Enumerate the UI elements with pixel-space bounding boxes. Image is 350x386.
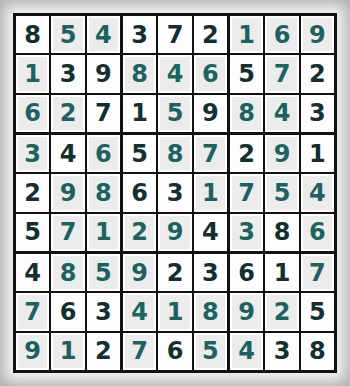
cell-r8c4[interactable]: 4 <box>123 293 156 330</box>
cell-r3c3[interactable]: 7 <box>87 95 120 132</box>
cell-r6c4[interactable]: 2 <box>123 214 156 251</box>
cell-r6c8[interactable]: 8 <box>265 214 298 251</box>
box-2-2: 587631294 <box>123 135 227 251</box>
cell-r8c8[interactable]: 2 <box>265 293 298 330</box>
box-1-1: 854139627 <box>16 16 120 132</box>
cell-r8c5[interactable]: 1 <box>158 293 191 330</box>
cell-r3c8[interactable]: 4 <box>265 95 298 132</box>
cell-r3c2[interactable]: 2 <box>51 95 84 132</box>
cell-r6c2[interactable]: 7 <box>51 214 84 251</box>
cell-r7c9[interactable]: 7 <box>301 254 334 291</box>
cell-r9c7[interactable]: 4 <box>230 333 263 370</box>
cell-r8c2[interactable]: 6 <box>51 293 84 330</box>
sudoku-page: 8541396273728461591695728433462985715876… <box>0 0 350 386</box>
cell-r8c6[interactable]: 8 <box>194 293 227 330</box>
cell-r5c7[interactable]: 7 <box>230 174 263 211</box>
cell-r5c5[interactable]: 3 <box>158 174 191 211</box>
cell-r9c5[interactable]: 6 <box>158 333 191 370</box>
cell-r1c4[interactable]: 3 <box>123 16 156 53</box>
cell-r5c8[interactable]: 5 <box>265 174 298 211</box>
cell-r1c1[interactable]: 8 <box>16 16 49 53</box>
cell-r5c2[interactable]: 9 <box>51 174 84 211</box>
cell-r3c6[interactable]: 9 <box>194 95 227 132</box>
cell-r8c7[interactable]: 9 <box>230 293 263 330</box>
cell-r1c3[interactable]: 4 <box>87 16 120 53</box>
cell-r2c2[interactable]: 3 <box>51 55 84 92</box>
cell-r2c4[interactable]: 8 <box>123 55 156 92</box>
cell-r4c2[interactable]: 4 <box>51 135 84 172</box>
cell-r4c5[interactable]: 8 <box>158 135 191 172</box>
cell-r1c6[interactable]: 2 <box>194 16 227 53</box>
cell-r1c9[interactable]: 9 <box>301 16 334 53</box>
box-2-3: 291754386 <box>230 135 334 251</box>
sudoku-board: 8541396273728461591695728433462985715876… <box>13 13 337 373</box>
cell-r4c1[interactable]: 3 <box>16 135 49 172</box>
cell-r3c4[interactable]: 1 <box>123 95 156 132</box>
cell-r5c1[interactable]: 2 <box>16 174 49 211</box>
cell-r5c9[interactable]: 4 <box>301 174 334 211</box>
cell-r9c3[interactable]: 2 <box>87 333 120 370</box>
cell-r2c3[interactable]: 9 <box>87 55 120 92</box>
cell-r5c3[interactable]: 8 <box>87 174 120 211</box>
cell-r7c6[interactable]: 3 <box>194 254 227 291</box>
cell-r3c7[interactable]: 8 <box>230 95 263 132</box>
cell-r2c5[interactable]: 4 <box>158 55 191 92</box>
cell-r5c4[interactable]: 6 <box>123 174 156 211</box>
cell-r6c7[interactable]: 3 <box>230 214 263 251</box>
box-1-3: 169572843 <box>230 16 334 132</box>
cell-r2c1[interactable]: 1 <box>16 55 49 92</box>
cell-r2c8[interactable]: 7 <box>265 55 298 92</box>
cell-r6c1[interactable]: 5 <box>16 214 49 251</box>
cell-r8c9[interactable]: 5 <box>301 293 334 330</box>
cell-r3c9[interactable]: 3 <box>301 95 334 132</box>
box-3-2: 923418765 <box>123 254 227 370</box>
box-3-3: 617925438 <box>230 254 334 370</box>
cell-r8c1[interactable]: 7 <box>16 293 49 330</box>
cell-r1c2[interactable]: 5 <box>51 16 84 53</box>
cell-r4c9[interactable]: 1 <box>301 135 334 172</box>
cell-r3c5[interactable]: 5 <box>158 95 191 132</box>
cell-r7c7[interactable]: 6 <box>230 254 263 291</box>
cell-r7c1[interactable]: 4 <box>16 254 49 291</box>
cell-r9c4[interactable]: 7 <box>123 333 156 370</box>
cell-r4c8[interactable]: 9 <box>265 135 298 172</box>
cell-r7c3[interactable]: 5 <box>87 254 120 291</box>
cell-r4c4[interactable]: 5 <box>123 135 156 172</box>
cell-r6c3[interactable]: 1 <box>87 214 120 251</box>
cell-r4c7[interactable]: 2 <box>230 135 263 172</box>
box-3-1: 485763912 <box>16 254 120 370</box>
cell-r2c7[interactable]: 5 <box>230 55 263 92</box>
cell-r6c5[interactable]: 9 <box>158 214 191 251</box>
cell-r1c5[interactable]: 7 <box>158 16 191 53</box>
cell-r9c6[interactable]: 5 <box>194 333 227 370</box>
cell-r6c9[interactable]: 6 <box>301 214 334 251</box>
cell-r7c8[interactable]: 1 <box>265 254 298 291</box>
cell-r3c1[interactable]: 6 <box>16 95 49 132</box>
cell-r1c8[interactable]: 6 <box>265 16 298 53</box>
cell-r7c4[interactable]: 9 <box>123 254 156 291</box>
box-2-1: 346298571 <box>16 135 120 251</box>
cell-r7c2[interactable]: 8 <box>51 254 84 291</box>
cell-r4c3[interactable]: 6 <box>87 135 120 172</box>
cell-r9c9[interactable]: 8 <box>301 333 334 370</box>
cell-r9c2[interactable]: 1 <box>51 333 84 370</box>
cell-r2c9[interactable]: 2 <box>301 55 334 92</box>
box-1-2: 372846159 <box>123 16 227 132</box>
cell-r6c6[interactable]: 4 <box>194 214 227 251</box>
cell-r4c6[interactable]: 7 <box>194 135 227 172</box>
cell-r8c3[interactable]: 3 <box>87 293 120 330</box>
cell-r5c6[interactable]: 1 <box>194 174 227 211</box>
cell-r9c8[interactable]: 3 <box>265 333 298 370</box>
cell-r7c5[interactable]: 2 <box>158 254 191 291</box>
cell-r9c1[interactable]: 9 <box>16 333 49 370</box>
cell-r2c6[interactable]: 6 <box>194 55 227 92</box>
cell-r1c7[interactable]: 1 <box>230 16 263 53</box>
